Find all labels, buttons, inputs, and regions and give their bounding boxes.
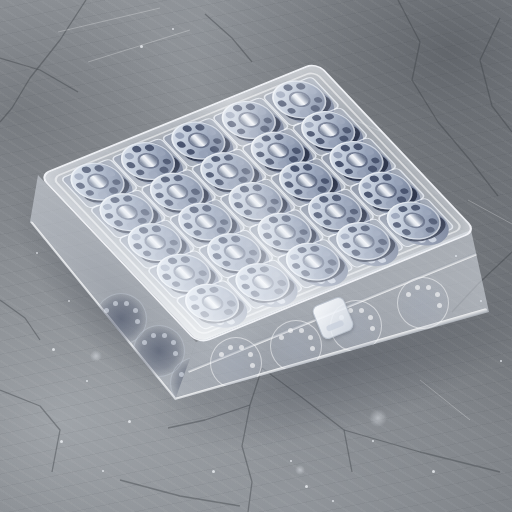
- bobbin-flange-hole: [181, 125, 193, 133]
- bobbin-flange-hole: [359, 224, 371, 232]
- bobbin-flange-hole: [298, 228, 310, 236]
- bobbin-flange-hole: [226, 120, 238, 128]
- bobbin-flange-hole: [240, 283, 252, 291]
- speck: [86, 380, 88, 382]
- bobbin-flange-hole: [220, 259, 232, 267]
- bobbin-flange-hole: [160, 273, 172, 281]
- bobbin-flange-hole: [194, 123, 206, 131]
- bobbin-flange-hole: [305, 130, 317, 138]
- bobbin-flange-hole: [323, 113, 335, 121]
- bobbin-flange-hole: [206, 128, 218, 136]
- bobbin-flange-hole: [239, 185, 251, 193]
- ghost-bobbin-hole: [179, 372, 184, 377]
- ghost-bobbin-hole: [426, 285, 431, 290]
- bobbin-flange-hole: [103, 212, 115, 220]
- ghost-bobbin: [397, 277, 449, 329]
- ghost-bobbin-hole: [279, 335, 284, 340]
- bobbin-flange-hole: [275, 90, 287, 98]
- bobbin-flange-hole: [212, 312, 224, 320]
- bobbin-flange-hole: [185, 148, 197, 156]
- bobbin-flange-hole: [188, 206, 200, 214]
- ghost-bobbin-hole: [370, 326, 375, 331]
- bobbin-flange-hole: [155, 149, 167, 157]
- bobbin-flange-hole: [371, 229, 383, 237]
- speck: [52, 348, 55, 351]
- bobbin-flange-hole: [256, 108, 268, 116]
- bobbin-flange-hole: [192, 229, 204, 237]
- bobbin-flange-hole: [318, 195, 330, 203]
- bobbin-flange-hole: [364, 148, 376, 156]
- crack-line: [344, 430, 500, 472]
- bobbin-flange-hole: [211, 252, 223, 260]
- bobbin-flange-hole: [191, 260, 203, 268]
- bobbin-flange-hole: [238, 273, 250, 281]
- bobbin-flange-hole: [290, 262, 302, 270]
- bobbin-flange-hole: [222, 308, 234, 316]
- scratch-line: [58, 8, 160, 32]
- bobbin-flange-hole: [332, 151, 344, 159]
- bobbin-flange-hole: [399, 187, 411, 195]
- ghost-bobbin-hole: [437, 303, 442, 308]
- bobbin-flange-hole: [361, 181, 373, 189]
- crack-line: [120, 480, 240, 506]
- ghost-bobbin-hole: [171, 340, 176, 345]
- bobbin-flange-hole: [410, 204, 422, 212]
- bobbin-flange-hole: [213, 209, 225, 217]
- ghost-bobbin-hole: [228, 345, 233, 350]
- bobbin-flange-hole: [377, 238, 389, 246]
- bobbin-flange-hole: [343, 168, 355, 176]
- bobbin-flange-hole: [321, 218, 333, 226]
- bobbin-flange-hole: [374, 246, 386, 254]
- bobbin-flange-hole: [212, 137, 224, 145]
- ghost-bobbin-hole: [308, 335, 313, 340]
- crack-line: [480, 18, 512, 132]
- bobbin-flange-hole: [246, 267, 258, 275]
- ghost-bobbin-hole: [104, 308, 109, 313]
- ghost-bobbin-hole: [219, 352, 224, 357]
- bobbin-flange-hole: [323, 267, 335, 275]
- bobbin-flange-hole: [201, 205, 213, 213]
- speck: [68, 300, 70, 302]
- bobbin-flange-hole: [270, 270, 282, 278]
- speck: [140, 45, 143, 48]
- bobbin-flange-hole: [312, 96, 324, 104]
- speck: [36, 252, 38, 254]
- bobbin-flange-hole: [340, 242, 352, 250]
- bobbin-flange-hole: [160, 176, 172, 184]
- bobbin-flange-hole: [231, 192, 243, 200]
- bobbin-flange-hole: [163, 199, 175, 207]
- bobbin-flange-hole: [307, 87, 319, 95]
- bobbin-flange-hole: [321, 250, 333, 258]
- bobbin-flange-hole: [285, 138, 297, 146]
- scratch-line: [420, 380, 470, 420]
- bobbin-flange-hole: [271, 239, 283, 247]
- bobbin-flange-hole: [220, 291, 232, 299]
- bobbin-flange-hole: [223, 154, 235, 162]
- bobbin-flange-hole: [188, 294, 200, 302]
- ghost-bobbin-hole: [173, 351, 178, 356]
- bobbin-flange-hole: [310, 202, 322, 210]
- ghost-bobbin-hole: [239, 345, 244, 350]
- bobbin-flange-hole: [273, 287, 285, 295]
- bobbin-flange-hole: [283, 181, 295, 189]
- speck: [332, 500, 334, 502]
- bobbin-flange-hole: [251, 184, 263, 192]
- bobbin-flange-hole: [347, 225, 359, 233]
- bobbin-flange-hole: [242, 240, 254, 248]
- ghost-bobbin-hole: [359, 308, 364, 313]
- bobbin-flange-hole: [219, 218, 231, 226]
- ghost-bobbin-hole: [133, 308, 138, 313]
- bobbin-flange-hole: [413, 230, 425, 238]
- bobbin-flange-hole: [172, 174, 184, 182]
- bobbin-flange-hole: [427, 217, 439, 225]
- bobbin-flange-hole: [73, 173, 85, 181]
- bobbin-flange-hole: [168, 239, 180, 247]
- bobbin-flange-hole: [195, 287, 207, 295]
- ghost-bobbin-hole: [162, 333, 167, 338]
- bobbin-flange-hole: [161, 157, 173, 165]
- bobbin-flange-hole: [84, 189, 96, 197]
- speck: [432, 470, 435, 473]
- bobbin-flange-hole: [370, 157, 382, 165]
- bobbin-flange-hole: [197, 269, 209, 277]
- speck: [172, 28, 174, 30]
- bobbin-flange-hole: [424, 226, 436, 234]
- crack-line: [0, 0, 86, 122]
- bobbin-flange-hole: [179, 255, 191, 263]
- scratch-line: [88, 30, 190, 62]
- bobbin-flange-hole: [213, 178, 225, 186]
- crack-line: [205, 14, 252, 62]
- bobbin-flange-hole: [295, 82, 307, 90]
- bobbin-flange-hole: [153, 192, 165, 200]
- bobbin-flange-hole: [190, 188, 202, 196]
- bobbin-flange-hole: [326, 258, 338, 266]
- light-blob: [90, 350, 102, 362]
- bobbin-flange-hole: [352, 143, 364, 151]
- bobbin-flange-hole: [422, 208, 434, 216]
- bobbin-flange-hole: [267, 216, 279, 224]
- bobbin-flange-hole: [350, 249, 362, 257]
- ghost-bobbin: [210, 337, 262, 389]
- ghost-bobbin-hole: [142, 340, 147, 345]
- bobbin-flange-hole: [159, 264, 171, 272]
- bobbin-flange-hole: [134, 200, 146, 208]
- bobbin-flange-hole: [123, 152, 135, 160]
- bobbin-flange-hole: [105, 169, 117, 177]
- bobbin-flange-hole: [244, 103, 256, 111]
- bobbin-flange-hole: [319, 177, 331, 185]
- scene: [0, 0, 512, 512]
- bobbin-flange-hole: [230, 235, 242, 243]
- scratch-line: [468, 200, 512, 224]
- bobbin-flange-hole: [254, 151, 266, 159]
- bobbin-flange-hole: [289, 253, 301, 261]
- bobbin-flange-hole: [181, 213, 193, 221]
- ghost-bobbin-hole: [151, 333, 156, 338]
- bobbin-flange-hole: [131, 145, 143, 153]
- bobbin-flange-hole: [362, 191, 374, 199]
- bobbin-flange-hole: [182, 222, 194, 230]
- bobbin-flange-hole: [189, 303, 201, 311]
- bobbin-flange-hole: [247, 248, 259, 256]
- crack-line: [168, 405, 250, 428]
- bobbin-flange-hole: [311, 114, 323, 122]
- bobbin-flange-hole: [285, 107, 297, 115]
- bobbin-flange-hole: [260, 134, 272, 142]
- bobbin-flange-hole: [282, 172, 294, 180]
- bobbin-flange-hole: [314, 137, 326, 145]
- bobbin-flange-hole: [299, 269, 311, 277]
- bobbin-flange-hole: [302, 164, 314, 172]
- light-blob: [369, 409, 387, 427]
- bobbin-flange-hole: [363, 251, 375, 259]
- bobbin-flange-hole: [93, 164, 105, 172]
- bobbin-flange-hole: [226, 299, 238, 307]
- bobbin-flange-hole: [296, 246, 308, 254]
- ghost-bobbin-hole: [415, 285, 420, 290]
- bobbin-flange-hole: [273, 133, 285, 141]
- bobbin-flange-hole: [312, 211, 324, 219]
- bobbin-flange-hole: [111, 178, 123, 186]
- bobbin-flange-hole: [152, 182, 164, 190]
- speck: [372, 440, 374, 442]
- bobbin-flange-hole: [260, 223, 272, 231]
- bobbin-flange-hole: [280, 214, 292, 222]
- crack-line: [0, 300, 40, 340]
- bobbin-flange-hole: [372, 198, 384, 206]
- bobbin-flange-hole: [339, 232, 351, 240]
- bobbin-flange-hole: [232, 104, 244, 112]
- bobbin-flange-hole: [130, 233, 142, 241]
- bobbin-flange-hole: [368, 175, 380, 183]
- bobbin-flange-hole: [224, 111, 236, 119]
- ghost-bobbin: [270, 320, 322, 372]
- light-blob: [295, 465, 305, 475]
- bobbin-flange-hole: [139, 208, 151, 216]
- bobbin-flange-hole: [342, 199, 354, 207]
- bobbin-flange-hole: [210, 155, 222, 163]
- bobbin-flange-hole: [102, 203, 114, 211]
- ghost-bobbin-hole: [288, 328, 293, 333]
- crack-line: [0, 390, 60, 472]
- bobbin-flange-hole: [167, 257, 179, 265]
- bobbin-flange-hole: [269, 198, 281, 206]
- ghost-bobbin-hole: [406, 292, 411, 297]
- bobbin-flange-hole: [341, 126, 353, 134]
- bobbin-flange-hole: [282, 84, 294, 92]
- bobbin-flange-hole: [242, 209, 254, 217]
- bobbin-flange-hole: [262, 292, 274, 300]
- bobbin-flange-hole: [150, 225, 162, 233]
- bobbin-flange-hole: [291, 147, 303, 155]
- speck: [128, 420, 131, 423]
- bobbin-flange-hole: [292, 188, 304, 196]
- bobbin-flange-hole: [235, 127, 247, 135]
- bobbin-flange-hole: [109, 196, 121, 204]
- bobbin-flange-hole: [170, 280, 182, 288]
- bobbin-flange-hole: [144, 144, 156, 152]
- speck: [500, 360, 502, 362]
- bobbin-flange-hole: [208, 286, 220, 294]
- bobbin-flange-hole: [258, 265, 270, 273]
- bobbin-flange-hole: [253, 141, 265, 149]
- bobbin-flange-hole: [138, 226, 150, 234]
- bobbin-flange-hole: [333, 160, 345, 168]
- bobbin-flange-hole: [112, 219, 124, 227]
- ghost-bobbin-hole: [135, 319, 140, 324]
- bobbin-flange-hole: [233, 201, 245, 209]
- bobbin-flange-hole: [74, 182, 86, 190]
- bobbin-flange-hole: [249, 290, 261, 298]
- bobbin-flange-hole: [276, 279, 288, 287]
- bobbin-flange-hole: [400, 228, 412, 236]
- bobbin-flange-hole: [264, 158, 276, 166]
- bobbin-flange-hole: [397, 205, 409, 213]
- ghost-bobbin-hole: [124, 301, 129, 306]
- speck: [102, 470, 104, 472]
- bobbin-flange-hole: [335, 117, 347, 125]
- speck: [290, 460, 292, 462]
- bobbin-flange-hole: [174, 132, 186, 140]
- bobbin-flange-hole: [314, 168, 326, 176]
- bobbin-flange-hole: [261, 232, 273, 240]
- bobbin-flange-hole: [134, 168, 146, 176]
- bobbin-flange-hole: [393, 178, 405, 186]
- ghost-bobbin-hole: [250, 363, 255, 368]
- ghost-bobbin-hole: [113, 301, 118, 306]
- crack-line: [242, 368, 262, 512]
- ghost-bobbin-hole: [310, 346, 315, 351]
- bobbin-flange-hole: [199, 310, 211, 318]
- speck: [60, 440, 63, 443]
- bobbin-flange-hole: [204, 171, 216, 179]
- bobbin-flange-hole: [125, 161, 137, 169]
- bobbin-flange-hole: [122, 195, 134, 203]
- bobbin-flange-hole: [80, 166, 92, 174]
- bobbin-flange-hole: [292, 219, 304, 227]
- bobbin-flange-hole: [210, 243, 222, 251]
- bobbin-flange-hole: [391, 221, 403, 229]
- bobbin-flange-hole: [309, 245, 321, 253]
- speck: [212, 470, 215, 473]
- bobbin-flange-hole: [348, 207, 360, 215]
- bobbin-flange-hole: [175, 141, 187, 149]
- bobbin-flange-hole: [262, 116, 274, 124]
- bobbin-flange-hole: [390, 212, 402, 220]
- bobbin-flange-hole: [303, 121, 315, 129]
- bobbin-flange-hole: [235, 159, 247, 167]
- bobbin-flange-hole: [240, 167, 252, 175]
- bobbin-flange-hole: [132, 242, 144, 250]
- crack-line: [262, 368, 352, 472]
- bobbin-flange-hole: [276, 100, 288, 108]
- bobbin-flange-hole: [141, 250, 153, 258]
- bobbin-flange-hole: [381, 173, 393, 181]
- ghost-bobbin-hole: [248, 352, 253, 357]
- bobbin-flange-hole: [162, 230, 174, 238]
- speck: [305, 485, 308, 488]
- ghost-bobbin-hole: [368, 315, 373, 320]
- bobbin-flange-hole: [184, 179, 196, 187]
- bobbin-flange-hole: [203, 162, 215, 170]
- bobbin-flange-hole: [289, 165, 301, 173]
- ghost-bobbin-hole: [299, 328, 304, 333]
- bobbin-flange-hole: [330, 194, 342, 202]
- bobbin-flange-hole: [312, 271, 324, 279]
- bobbin-flange-hole: [340, 144, 352, 152]
- bobbin-flange-hole: [217, 236, 229, 244]
- bobbin-flange-hole: [263, 189, 275, 197]
- ghost-bobbin-hole: [435, 292, 440, 297]
- crack-line: [0, 58, 78, 92]
